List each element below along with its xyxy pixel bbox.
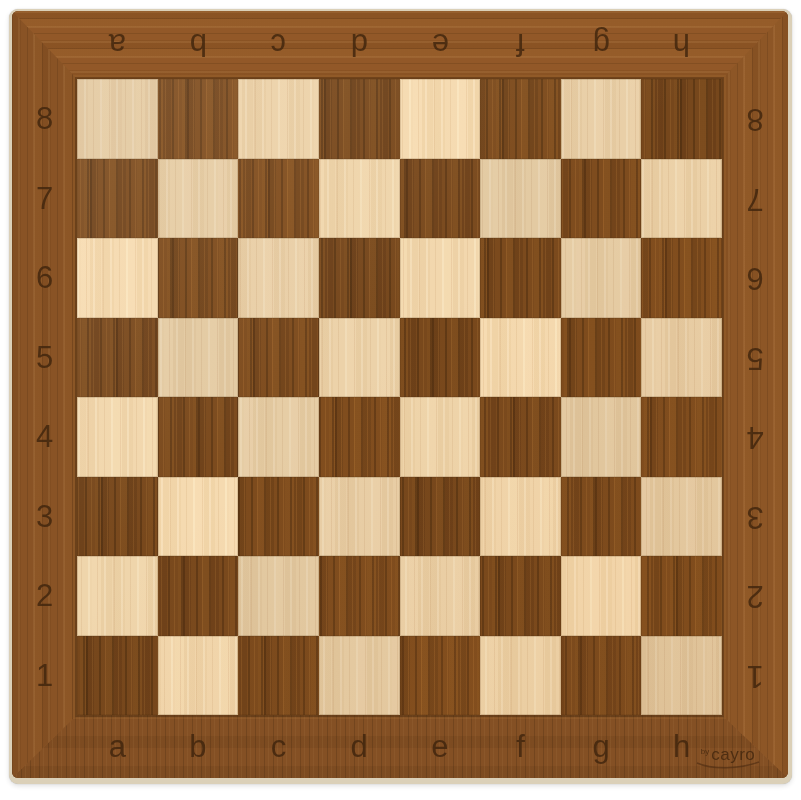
square-b7[interactable] — [158, 159, 239, 239]
brand-logo: by cayro — [690, 746, 766, 770]
square-a8[interactable] — [77, 79, 158, 159]
square-c2[interactable] — [238, 556, 319, 636]
square-g1[interactable] — [561, 636, 642, 716]
square-g6[interactable] — [561, 238, 642, 318]
square-h6[interactable] — [641, 238, 722, 318]
square-g3[interactable] — [561, 477, 642, 557]
square-a3[interactable] — [77, 477, 158, 557]
square-g5[interactable] — [561, 318, 642, 398]
square-b4[interactable] — [158, 397, 239, 477]
board-grid — [77, 79, 722, 715]
square-f2[interactable] — [480, 556, 561, 636]
square-e2[interactable] — [400, 556, 481, 636]
square-c5[interactable] — [238, 318, 319, 398]
square-h3[interactable] — [641, 477, 722, 557]
square-b2[interactable] — [158, 556, 239, 636]
square-f3[interactable] — [480, 477, 561, 557]
chessboard: abcdefgh abcdefgh 87654321 87654321 by c… — [9, 9, 792, 784]
square-e8[interactable] — [400, 79, 481, 159]
square-c3[interactable] — [238, 477, 319, 557]
brand-swoosh-icon — [695, 761, 761, 770]
square-c6[interactable] — [238, 238, 319, 318]
square-c4[interactable] — [238, 397, 319, 477]
square-d8[interactable] — [319, 79, 400, 159]
frame-bottom — [12, 715, 788, 778]
square-a6[interactable] — [77, 238, 158, 318]
square-d1[interactable] — [319, 636, 400, 716]
square-c7[interactable] — [238, 159, 319, 239]
frame-right — [722, 11, 788, 778]
square-d5[interactable] — [319, 318, 400, 398]
square-h7[interactable] — [641, 159, 722, 239]
square-b8[interactable] — [158, 79, 239, 159]
square-f4[interactable] — [480, 397, 561, 477]
square-f7[interactable] — [480, 159, 561, 239]
square-a2[interactable] — [77, 556, 158, 636]
square-h1[interactable] — [641, 636, 722, 716]
square-h8[interactable] — [641, 79, 722, 159]
square-c8[interactable] — [238, 79, 319, 159]
frame-left — [12, 11, 77, 778]
square-b1[interactable] — [158, 636, 239, 716]
board-frame: abcdefgh abcdefgh 87654321 87654321 by c… — [12, 11, 788, 778]
square-e6[interactable] — [400, 238, 481, 318]
square-e1[interactable] — [400, 636, 481, 716]
square-f1[interactable] — [480, 636, 561, 716]
square-h2[interactable] — [641, 556, 722, 636]
square-f5[interactable] — [480, 318, 561, 398]
square-g4[interactable] — [561, 397, 642, 477]
square-d2[interactable] — [319, 556, 400, 636]
square-e4[interactable] — [400, 397, 481, 477]
square-d3[interactable] — [319, 477, 400, 557]
square-b3[interactable] — [158, 477, 239, 557]
square-d6[interactable] — [319, 238, 400, 318]
square-g2[interactable] — [561, 556, 642, 636]
square-d7[interactable] — [319, 159, 400, 239]
square-h4[interactable] — [641, 397, 722, 477]
square-b5[interactable] — [158, 318, 239, 398]
square-f6[interactable] — [480, 238, 561, 318]
square-a4[interactable] — [77, 397, 158, 477]
square-a7[interactable] — [77, 159, 158, 239]
square-e5[interactable] — [400, 318, 481, 398]
square-h5[interactable] — [641, 318, 722, 398]
square-a1[interactable] — [77, 636, 158, 716]
square-f8[interactable] — [480, 79, 561, 159]
brand-prefix: by — [701, 748, 709, 756]
square-c1[interactable] — [238, 636, 319, 716]
frame-top — [12, 11, 788, 79]
page: abcdefgh abcdefgh 87654321 87654321 by c… — [0, 0, 801, 800]
square-b6[interactable] — [158, 238, 239, 318]
playing-area — [77, 79, 722, 715]
square-e7[interactable] — [400, 159, 481, 239]
square-e3[interactable] — [400, 477, 481, 557]
square-g7[interactable] — [561, 159, 642, 239]
square-g8[interactable] — [561, 79, 642, 159]
square-d4[interactable] — [319, 397, 400, 477]
square-a5[interactable] — [77, 318, 158, 398]
